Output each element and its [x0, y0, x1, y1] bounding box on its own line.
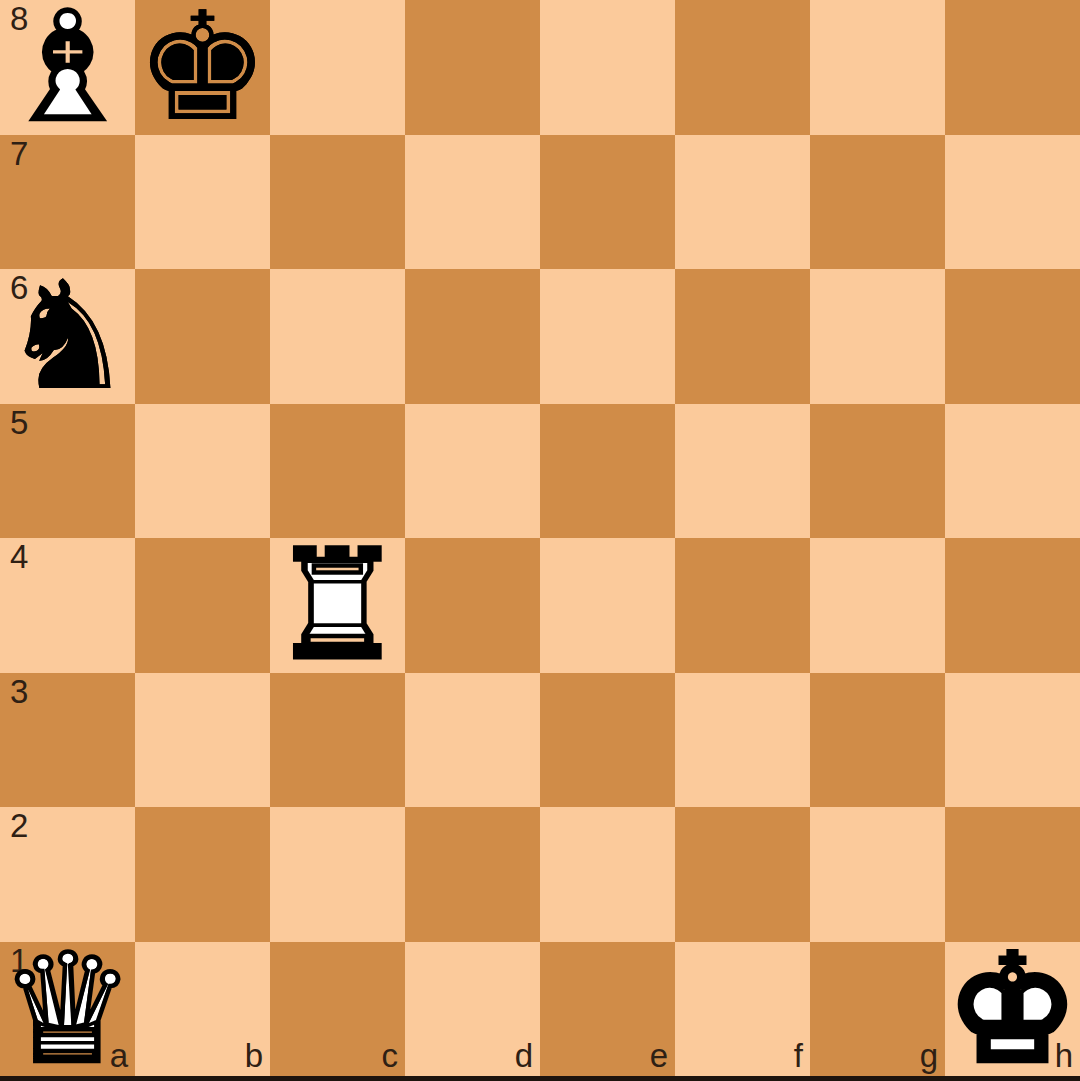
square-f2[interactable]: [675, 807, 810, 942]
black-king-fill-glyph: ♚: [135, 0, 269, 142]
square-f1[interactable]: f: [675, 942, 810, 1077]
square-f5[interactable]: [675, 404, 810, 539]
square-h6[interactable]: [945, 269, 1080, 404]
square-b8[interactable]: ♚♚: [135, 0, 270, 135]
square-g2[interactable]: [810, 807, 945, 942]
white-rook-outline-glyph: ♖: [270, 530, 404, 680]
white-king-fill-glyph: ♚: [945, 934, 1079, 1081]
square-e3[interactable]: [540, 673, 675, 808]
square-a3[interactable]: 3: [0, 673, 135, 808]
square-h3[interactable]: [945, 673, 1080, 808]
square-b7[interactable]: [135, 135, 270, 270]
square-h1[interactable]: h♚♔: [945, 942, 1080, 1077]
square-d6[interactable]: [405, 269, 540, 404]
square-f7[interactable]: [675, 135, 810, 270]
square-d5[interactable]: [405, 404, 540, 539]
square-c4[interactable]: ♜♖: [270, 538, 405, 673]
file-label-g: g: [920, 1039, 938, 1072]
square-e6[interactable]: [540, 269, 675, 404]
rank-label-5: 5: [10, 406, 28, 441]
white-queen[interactable]: ♛♕: [0, 942, 135, 1077]
rank-label-2: 2: [10, 809, 28, 844]
black-king-outline-glyph: ♚: [135, 0, 269, 142]
black-knight-fill-glyph: ♞: [0, 261, 134, 411]
square-b5[interactable]: [135, 404, 270, 539]
square-h2[interactable]: [945, 807, 1080, 942]
square-d8[interactable]: [405, 0, 540, 135]
white-king-outline-glyph: ♔: [945, 934, 1079, 1081]
square-b2[interactable]: [135, 807, 270, 942]
square-a8[interactable]: 8♝♗: [0, 0, 135, 135]
square-c3[interactable]: [270, 673, 405, 808]
square-b1[interactable]: b: [135, 942, 270, 1077]
chess-app-screenshot: 8♝♗♚♚76♞♞54♜♖321a♛♕bcdefgh♚♔: [0, 0, 1080, 1081]
square-h7[interactable]: [945, 135, 1080, 270]
square-g7[interactable]: [810, 135, 945, 270]
square-a5[interactable]: 5: [0, 404, 135, 539]
square-d3[interactable]: [405, 673, 540, 808]
square-h5[interactable]: [945, 404, 1080, 539]
white-queen-fill-glyph: ♛: [0, 934, 134, 1081]
square-g8[interactable]: [810, 0, 945, 135]
square-a4[interactable]: 4: [0, 538, 135, 673]
square-e2[interactable]: [540, 807, 675, 942]
square-a6[interactable]: 6♞♞: [0, 269, 135, 404]
rank-label-7: 7: [10, 137, 28, 172]
square-c8[interactable]: [270, 0, 405, 135]
square-d7[interactable]: [405, 135, 540, 270]
file-label-f: f: [794, 1039, 803, 1072]
square-a1[interactable]: 1a♛♕: [0, 942, 135, 1077]
square-b4[interactable]: [135, 538, 270, 673]
file-label-d: d: [515, 1039, 533, 1072]
square-a7[interactable]: 7: [0, 135, 135, 270]
square-f4[interactable]: [675, 538, 810, 673]
bottom-bar: [0, 1076, 1080, 1081]
square-b6[interactable]: [135, 269, 270, 404]
square-g5[interactable]: [810, 404, 945, 539]
square-c7[interactable]: [270, 135, 405, 270]
square-f8[interactable]: [675, 0, 810, 135]
square-d4[interactable]: [405, 538, 540, 673]
file-label-c: c: [382, 1039, 399, 1072]
square-c2[interactable]: [270, 807, 405, 942]
white-bishop-outline-glyph: ♗: [0, 0, 134, 142]
square-c1[interactable]: c: [270, 942, 405, 1077]
black-knight-outline-glyph: ♞: [0, 261, 134, 411]
square-c6[interactable]: [270, 269, 405, 404]
white-rook-fill-glyph: ♜: [270, 530, 404, 680]
square-f6[interactable]: [675, 269, 810, 404]
square-g4[interactable]: [810, 538, 945, 673]
black-king[interactable]: ♚♚: [135, 0, 270, 135]
square-g1[interactable]: g: [810, 942, 945, 1077]
square-d2[interactable]: [405, 807, 540, 942]
square-e5[interactable]: [540, 404, 675, 539]
rank-label-3: 3: [10, 675, 28, 710]
square-h8[interactable]: [945, 0, 1080, 135]
square-e4[interactable]: [540, 538, 675, 673]
square-d1[interactable]: d: [405, 942, 540, 1077]
square-c5[interactable]: [270, 404, 405, 539]
square-a2[interactable]: 2: [0, 807, 135, 942]
white-bishop[interactable]: ♝♗: [0, 0, 135, 135]
square-g3[interactable]: [810, 673, 945, 808]
white-rook[interactable]: ♜♖: [270, 538, 405, 673]
square-e8[interactable]: [540, 0, 675, 135]
rank-label-4: 4: [10, 540, 28, 575]
white-queen-outline-glyph: ♕: [0, 934, 134, 1081]
square-b3[interactable]: [135, 673, 270, 808]
black-knight[interactable]: ♞♞: [0, 269, 135, 404]
file-label-b: b: [245, 1039, 263, 1072]
square-f3[interactable]: [675, 673, 810, 808]
chess-board: 8♝♗♚♚76♞♞54♜♖321a♛♕bcdefgh♚♔: [0, 0, 1080, 1076]
white-bishop-fill-glyph: ♝: [0, 0, 134, 142]
file-label-e: e: [650, 1039, 668, 1072]
square-e1[interactable]: e: [540, 942, 675, 1077]
square-e7[interactable]: [540, 135, 675, 270]
square-g6[interactable]: [810, 269, 945, 404]
square-h4[interactable]: [945, 538, 1080, 673]
white-king[interactable]: ♚♔: [945, 942, 1080, 1077]
